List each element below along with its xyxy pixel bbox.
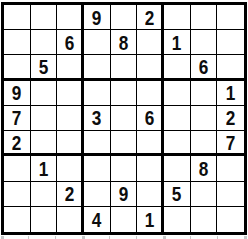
cell-r5c8[interactable] xyxy=(191,106,218,131)
cell-r7c9[interactable] xyxy=(217,156,244,181)
cell-r7c8[interactable]: 8 xyxy=(191,156,218,181)
cell-r4c3[interactable] xyxy=(57,81,84,106)
given-digit: 8 xyxy=(199,158,209,179)
cell-r2c4[interactable] xyxy=(84,30,111,55)
given-digit: 5 xyxy=(172,183,182,204)
cell-r7c1[interactable] xyxy=(4,156,31,181)
given-digit: 6 xyxy=(199,56,209,77)
cell-r1c2[interactable] xyxy=(31,5,58,30)
cell-r3c3[interactable] xyxy=(57,55,84,80)
cell-r9c5[interactable] xyxy=(111,207,138,232)
cell-r3c8[interactable]: 6 xyxy=(191,55,218,80)
given-digit: 3 xyxy=(92,107,102,128)
cell-r1c9[interactable] xyxy=(217,5,244,30)
cell-r6c4[interactable] xyxy=(84,131,111,156)
cell-r5c4[interactable]: 3 xyxy=(84,106,111,131)
given-digit: 1 xyxy=(39,158,49,179)
cell-r4c4[interactable] xyxy=(84,81,111,106)
given-digit: 2 xyxy=(12,132,22,153)
cell-r8c3[interactable]: 2 xyxy=(57,182,84,207)
cropped-gridline-stub xyxy=(136,236,137,239)
cell-r5c3[interactable] xyxy=(57,106,84,131)
cell-r5c2[interactable] xyxy=(31,106,58,131)
given-digit: 5 xyxy=(39,56,49,77)
cell-r7c6[interactable] xyxy=(137,156,164,181)
cell-r2c8[interactable] xyxy=(191,30,218,55)
cell-r3c4[interactable] xyxy=(84,55,111,80)
given-digit: 6 xyxy=(64,32,74,53)
given-digit: 1 xyxy=(226,82,236,103)
given-digit: 7 xyxy=(12,107,22,128)
cell-r4c2[interactable] xyxy=(31,81,58,106)
cell-r4c7[interactable] xyxy=(164,81,191,106)
cell-r5c5[interactable] xyxy=(111,106,138,131)
cell-r1c1[interactable] xyxy=(4,5,31,30)
cropped-gridline-stub xyxy=(190,236,191,239)
cell-r1c3[interactable] xyxy=(57,5,84,30)
given-digit: 9 xyxy=(92,7,102,28)
cell-r7c4[interactable] xyxy=(84,156,111,181)
cell-r9c7[interactable] xyxy=(164,207,191,232)
cell-r3c9[interactable] xyxy=(217,55,244,80)
cell-r2c6[interactable] xyxy=(137,30,164,55)
cell-r8c4[interactable] xyxy=(84,182,111,207)
cell-r2c2[interactable] xyxy=(31,30,58,55)
cell-r6c3[interactable] xyxy=(57,131,84,156)
cell-r2c3[interactable]: 6 xyxy=(57,30,84,55)
given-digit: 7 xyxy=(226,132,236,153)
cell-r4c9[interactable]: 1 xyxy=(217,81,244,106)
cell-r4c6[interactable] xyxy=(137,81,164,106)
cell-r3c6[interactable] xyxy=(137,55,164,80)
cell-r9c4[interactable]: 4 xyxy=(84,207,111,232)
cell-r6c5[interactable] xyxy=(111,131,138,156)
given-digit: 6 xyxy=(144,107,154,128)
cell-r2c5[interactable]: 8 xyxy=(111,30,138,55)
cell-r3c7[interactable] xyxy=(164,55,191,80)
cell-r7c3[interactable] xyxy=(57,156,84,181)
cell-r9c1[interactable] xyxy=(4,207,31,232)
given-digit: 9 xyxy=(12,82,22,103)
cropped-gridline-stub xyxy=(82,236,85,239)
cell-r7c7[interactable] xyxy=(164,156,191,181)
cell-r8c6[interactable] xyxy=(137,182,164,207)
cell-r2c7[interactable]: 1 xyxy=(164,30,191,55)
cell-r5c9[interactable]: 2 xyxy=(217,106,244,131)
given-digit: 1 xyxy=(144,209,154,230)
cropped-gridline-stub xyxy=(55,236,56,239)
sudoku-screen: 9268156917362271829541 xyxy=(0,0,248,239)
cell-r7c2[interactable]: 1 xyxy=(31,156,58,181)
given-digit: 2 xyxy=(226,107,236,128)
cell-r6c1[interactable]: 2 xyxy=(4,131,31,156)
given-digit: 1 xyxy=(172,32,182,53)
cell-r2c9[interactable] xyxy=(217,30,244,55)
cell-r9c3[interactable] xyxy=(57,207,84,232)
cell-r2c1[interactable] xyxy=(4,30,31,55)
cell-r4c8[interactable] xyxy=(191,81,218,106)
cell-r5c1[interactable]: 7 xyxy=(4,106,31,131)
cell-r1c7[interactable] xyxy=(164,5,191,30)
cell-r1c6[interactable]: 2 xyxy=(137,5,164,30)
cell-r6c2[interactable] xyxy=(31,131,58,156)
given-digit: 2 xyxy=(64,183,74,204)
cell-r4c5[interactable] xyxy=(111,81,138,106)
cell-r6c7[interactable] xyxy=(164,131,191,156)
cell-r1c5[interactable] xyxy=(111,5,138,30)
cell-r8c2[interactable] xyxy=(31,182,58,207)
cell-r8c5[interactable]: 9 xyxy=(111,182,138,207)
given-digit: 4 xyxy=(92,209,102,230)
given-digit: 8 xyxy=(119,32,129,53)
cropped-gridline-stub xyxy=(217,236,218,239)
cell-r8c1[interactable] xyxy=(4,182,31,207)
cell-r6c6[interactable] xyxy=(137,131,164,156)
cell-r4c1[interactable]: 9 xyxy=(4,81,31,106)
board: 9268156917362271829541 xyxy=(1,2,247,235)
cell-r3c2[interactable]: 5 xyxy=(31,55,58,80)
cell-r3c5[interactable] xyxy=(111,55,138,80)
cell-r8c7[interactable]: 5 xyxy=(164,182,191,207)
cell-r5c7[interactable] xyxy=(164,106,191,131)
cell-r1c8[interactable] xyxy=(191,5,218,30)
cropped-gridline-stub xyxy=(163,236,166,239)
cell-r8c9[interactable] xyxy=(217,182,244,207)
cell-r5c6[interactable]: 6 xyxy=(137,106,164,131)
cropped-gridline-stub xyxy=(1,236,4,239)
cell-r9c8[interactable] xyxy=(191,207,218,232)
given-digit: 9 xyxy=(119,183,129,204)
cropped-gridline-stub xyxy=(244,236,247,239)
cropped-gridline-stub xyxy=(28,236,29,239)
given-digit: 2 xyxy=(144,7,154,28)
cell-r6c8[interactable] xyxy=(191,131,218,156)
cell-r9c2[interactable] xyxy=(31,207,58,232)
cell-r7c5[interactable] xyxy=(111,156,138,181)
cell-r9c6[interactable]: 1 xyxy=(137,207,164,232)
cell-r8c8[interactable] xyxy=(191,182,218,207)
cell-r9c9[interactable] xyxy=(217,207,244,232)
cell-r1c4[interactable]: 9 xyxy=(84,5,111,30)
cell-r6c9[interactable]: 7 xyxy=(217,131,244,156)
cropped-gridline-stub xyxy=(109,236,110,239)
cell-r3c1[interactable] xyxy=(4,55,31,80)
